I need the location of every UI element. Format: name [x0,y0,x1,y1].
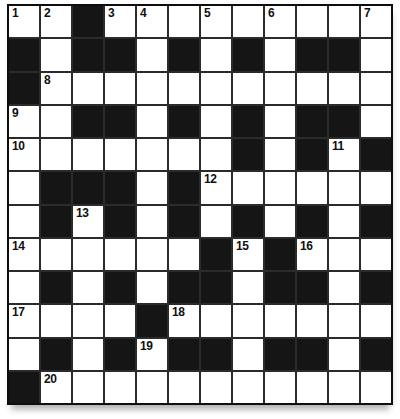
white-cell-r1c8[interactable] [233,6,263,37]
white-cell-r7c5[interactable] [137,206,167,237]
clue-number-10: 10 [12,140,24,152]
clue-number-12: 12 [204,173,216,185]
white-cell-r8c1[interactable]: 14 [9,239,39,270]
white-cell-r6c11[interactable] [329,172,359,203]
white-cell-r12c2[interactable]: 20 [41,372,71,403]
white-cell-r3c11[interactable] [329,73,359,104]
white-cell-r10c3[interactable] [73,305,103,336]
white-cell-r6c5[interactable] [137,172,167,203]
clue-number-5: 5 [204,7,210,19]
white-cell-r11c3[interactable] [73,339,103,370]
black-cell-r2c3 [73,39,103,70]
white-cell-r3c10[interactable] [297,73,327,104]
white-cell-r9c5[interactable] [137,272,167,303]
black-cell-r1c3 [73,6,103,37]
white-cell-r12c8[interactable] [233,372,263,403]
black-cell-r3c1 [9,73,39,104]
black-cell-r6c6 [169,172,199,203]
black-cell-r4c10 [297,106,327,137]
white-cell-r1c1[interactable]: 1 [9,6,39,37]
white-cell-r9c11[interactable] [329,272,359,303]
white-cell-r8c12[interactable] [361,239,391,270]
black-cell-r9c6 [169,272,199,303]
black-cell-r2c1 [9,39,39,70]
white-cell-r1c10[interactable] [297,6,327,37]
clue-number-7: 7 [364,7,370,19]
white-cell-r12c3[interactable] [73,372,103,403]
black-cell-r11c9 [265,339,295,370]
white-cell-r12c6[interactable] [169,372,199,403]
black-cell-r10c5 [137,305,167,336]
white-cell-r11c11[interactable] [329,339,359,370]
black-cell-r9c4 [105,272,135,303]
clue-number-19: 19 [140,340,152,352]
white-cell-r10c2[interactable] [41,305,71,336]
crossword-page: 1234567891011121314151617181920 [0,0,400,419]
white-cell-r8c5[interactable] [137,239,167,270]
black-cell-r6c3 [73,172,103,203]
white-cell-r10c6[interactable]: 18 [169,305,199,336]
white-cell-r4c5[interactable] [137,106,167,137]
white-cell-r12c11[interactable] [329,372,359,403]
white-cell-r6c10[interactable] [297,172,327,203]
white-cell-r5c6[interactable] [169,139,199,170]
white-cell-r10c10[interactable] [297,305,327,336]
white-cell-r6c8[interactable] [233,172,263,203]
black-cell-r8c9 [265,239,295,270]
white-cell-r11c5[interactable]: 19 [137,339,167,370]
white-cell-r12c10[interactable] [297,372,327,403]
white-cell-r7c11[interactable] [329,206,359,237]
black-cell-r7c4 [105,206,135,237]
white-cell-r1c11[interactable] [329,6,359,37]
white-cell-r3c7[interactable] [201,73,231,104]
black-cell-r9c7 [201,272,231,303]
clue-number-8: 8 [44,74,50,86]
black-cell-r5c10 [297,139,327,170]
black-cell-r4c4 [105,106,135,137]
white-cell-r3c8[interactable] [233,73,263,104]
black-cell-r2c6 [169,39,199,70]
black-cell-r5c12 [361,139,391,170]
white-cell-r5c3[interactable] [73,139,103,170]
white-cell-r7c1[interactable] [9,206,39,237]
black-cell-r11c12 [361,339,391,370]
white-cell-r8c11[interactable] [329,239,359,270]
black-cell-r7c6 [169,206,199,237]
white-cell-r4c9[interactable] [265,106,295,137]
crossword-grid: 1234567891011121314151617181920 [7,4,393,405]
black-cell-r11c10 [297,339,327,370]
black-cell-r2c11 [329,39,359,70]
black-cell-r11c2 [41,339,71,370]
clue-number-17: 17 [12,306,24,318]
black-cell-r9c10 [297,272,327,303]
black-cell-r4c3 [73,106,103,137]
white-cell-r1c4[interactable]: 3 [105,6,135,37]
white-cell-r3c9[interactable] [265,73,295,104]
white-cell-r10c11[interactable] [329,305,359,336]
white-cell-r3c12[interactable] [361,73,391,104]
white-cell-r8c2[interactable] [41,239,71,270]
white-cell-r4c1[interactable]: 9 [9,106,39,137]
clue-number-3: 3 [108,7,114,19]
black-cell-r9c12 [361,272,391,303]
clue-number-20: 20 [44,373,56,385]
white-cell-r10c9[interactable] [265,305,295,336]
white-cell-r6c7[interactable]: 12 [201,172,231,203]
white-cell-r5c9[interactable] [265,139,295,170]
white-cell-r4c7[interactable] [201,106,231,137]
white-cell-r12c4[interactable] [105,372,135,403]
clue-number-11: 11 [332,140,344,152]
white-cell-r5c2[interactable] [41,139,71,170]
clue-number-18: 18 [172,306,184,318]
white-cell-r11c1[interactable] [9,339,39,370]
black-cell-r5c8 [233,139,263,170]
white-cell-r4c12[interactable] [361,106,391,137]
white-cell-r10c12[interactable] [361,305,391,336]
white-cell-r6c12[interactable] [361,172,391,203]
black-cell-r4c8 [233,106,263,137]
white-cell-r9c3[interactable] [73,272,103,303]
white-cell-r9c1[interactable] [9,272,39,303]
clue-number-2: 2 [44,7,50,19]
clue-number-4: 4 [140,7,146,19]
black-cell-r2c8 [233,39,263,70]
white-cell-r1c5[interactable]: 4 [137,6,167,37]
clue-number-13: 13 [76,207,88,219]
white-cell-r4c2[interactable] [41,106,71,137]
white-cell-r11c8[interactable] [233,339,263,370]
black-cell-r11c6 [169,339,199,370]
black-cell-r11c7 [201,339,231,370]
white-cell-r8c4[interactable] [105,239,135,270]
clue-number-15: 15 [236,240,248,252]
white-cell-r3c6[interactable] [169,73,199,104]
white-cell-r10c1[interactable]: 17 [9,305,39,336]
white-cell-r1c7[interactable]: 5 [201,6,231,37]
black-cell-r4c11 [329,106,359,137]
white-cell-r1c2[interactable]: 2 [41,6,71,37]
white-cell-r2c7[interactable] [201,39,231,70]
clue-number-6: 6 [268,7,274,19]
white-cell-r2c5[interactable] [137,39,167,70]
black-cell-r8c7 [201,239,231,270]
white-cell-r5c1[interactable]: 10 [9,139,39,170]
white-cell-r5c4[interactable] [105,139,135,170]
white-cell-r5c11[interactable]: 11 [329,139,359,170]
white-cell-r1c9[interactable]: 6 [265,6,295,37]
black-cell-r7c12 [361,206,391,237]
white-cell-r8c8[interactable]: 15 [233,239,263,270]
black-cell-r6c4 [105,172,135,203]
white-cell-r5c5[interactable] [137,139,167,170]
white-cell-r3c4[interactable] [105,73,135,104]
clue-number-16: 16 [300,240,312,252]
white-cell-r12c7[interactable] [201,372,231,403]
white-cell-r7c7[interactable] [201,206,231,237]
white-cell-r2c2[interactable] [41,39,71,70]
white-cell-r3c3[interactable] [73,73,103,104]
black-cell-r2c4 [105,39,135,70]
white-cell-r3c2[interactable]: 8 [41,73,71,104]
clue-number-9: 9 [12,107,18,119]
black-cell-r7c10 [297,206,327,237]
black-cell-r2c10 [297,39,327,70]
black-cell-r7c8 [233,206,263,237]
white-cell-r7c9[interactable] [265,206,295,237]
white-cell-r6c1[interactable] [9,172,39,203]
black-cell-r9c2 [41,272,71,303]
clue-number-1: 1 [12,7,18,19]
white-cell-r2c9[interactable] [265,39,295,70]
white-cell-r10c8[interactable] [233,305,263,336]
black-cell-r11c4 [105,339,135,370]
white-cell-r9c8[interactable] [233,272,263,303]
white-cell-r12c5[interactable] [137,372,167,403]
white-cell-r1c6[interactable] [169,6,199,37]
white-cell-r10c4[interactable] [105,305,135,336]
clue-number-14: 14 [12,240,24,252]
white-cell-r5c7[interactable] [201,139,231,170]
white-cell-r3c5[interactable] [137,73,167,104]
black-cell-r12c1 [9,372,39,403]
black-cell-r4c6 [169,106,199,137]
white-cell-r12c9[interactable] [265,372,295,403]
white-cell-r8c6[interactable] [169,239,199,270]
white-cell-r8c10[interactable]: 16 [297,239,327,270]
white-cell-r10c7[interactable] [201,305,231,336]
black-cell-r7c2 [41,206,71,237]
black-cell-r9c9 [265,272,295,303]
black-cell-r6c2 [41,172,71,203]
white-cell-r12c12[interactable] [361,372,391,403]
white-cell-r1c12[interactable]: 7 [361,6,391,37]
white-cell-r8c3[interactable] [73,239,103,270]
white-cell-r2c12[interactable] [361,39,391,70]
white-cell-r6c9[interactable] [265,172,295,203]
white-cell-r7c3[interactable]: 13 [73,206,103,237]
